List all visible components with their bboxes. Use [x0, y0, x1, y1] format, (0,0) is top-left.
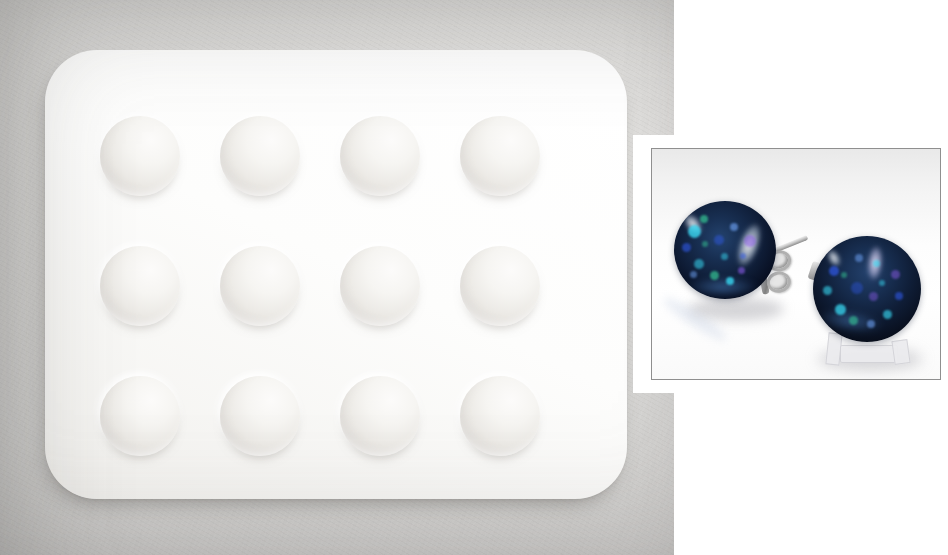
dichroic-sparkle — [694, 259, 704, 269]
mold-cavity-4 — [460, 116, 540, 196]
dichroic-sparkle — [869, 292, 878, 301]
mold-cavity-11 — [340, 376, 420, 456]
cavity-cell — [80, 91, 200, 221]
dichroic-sparkle — [730, 223, 738, 231]
dichroic-sparkle — [740, 253, 746, 259]
dichroic-sparkle — [726, 277, 734, 285]
mold-cavity-2 — [220, 116, 300, 196]
cavity-cell — [200, 221, 320, 351]
acrylic-stand-piece — [891, 339, 910, 365]
mold-cavity-6 — [220, 246, 300, 326]
cavity-cell — [320, 351, 440, 481]
glass-rim-light — [686, 277, 760, 297]
left-earring — [674, 201, 776, 299]
cavity-cell — [320, 91, 440, 221]
cavity-cell — [80, 221, 200, 351]
dichroic-sparkle — [688, 225, 701, 238]
mold-cavity-12 — [460, 376, 540, 456]
cavity-cell — [320, 221, 440, 351]
cavity-cell — [440, 221, 560, 351]
dichroic-sparkle — [721, 253, 728, 260]
dichroic-sparkle — [823, 286, 832, 295]
dichroic-sparkle — [879, 280, 885, 286]
mold-photo — [0, 0, 674, 555]
dichroic-sparkle — [835, 304, 846, 315]
dichroic-sparkle — [849, 316, 858, 325]
mold-cavity-7 — [340, 246, 420, 326]
dichroic-sparkle — [841, 272, 847, 278]
dichroic-sparkle — [682, 243, 691, 252]
cavity-cell — [200, 91, 320, 221]
dichroic-sparkle — [867, 320, 875, 328]
acrylic-stand-piece — [840, 345, 898, 363]
dichroic-sparkle — [744, 235, 756, 247]
dichroic-sparkle — [883, 310, 892, 319]
cavity-cell — [440, 91, 560, 221]
inset-photo — [633, 135, 948, 393]
mold-cavity-9 — [100, 376, 180, 456]
dichroic-sparkle — [690, 271, 697, 278]
dichroic-sparkle — [738, 267, 745, 274]
cavity-cell — [440, 351, 560, 481]
dichroic-sparkle — [855, 254, 863, 262]
composite-product-photo — [0, 0, 948, 555]
dichroic-sparkle — [873, 260, 880, 267]
dichroic-sparkle — [714, 235, 724, 245]
cavity-cell — [200, 351, 320, 481]
dichroic-sparkle — [851, 282, 863, 294]
mold-cavity-1 — [100, 116, 180, 196]
mold-cavity-5 — [100, 246, 180, 326]
mold-cavity-3 — [340, 116, 420, 196]
inset-photo-frame — [651, 148, 941, 380]
cavity-cell — [80, 351, 200, 481]
dichroic-sparkle — [710, 271, 719, 280]
cavity-grid — [80, 91, 560, 481]
dichroic-sparkle — [829, 266, 839, 276]
casting-mold-tray — [45, 50, 627, 499]
dichroic-sparkle — [700, 215, 708, 223]
mold-cavity-8 — [460, 246, 540, 326]
dichroic-sparkle — [702, 241, 708, 247]
right-earring — [813, 236, 921, 342]
dichroic-sparkle — [891, 270, 900, 279]
dichroic-sparkle — [895, 292, 903, 300]
mold-cavity-10 — [220, 376, 300, 456]
